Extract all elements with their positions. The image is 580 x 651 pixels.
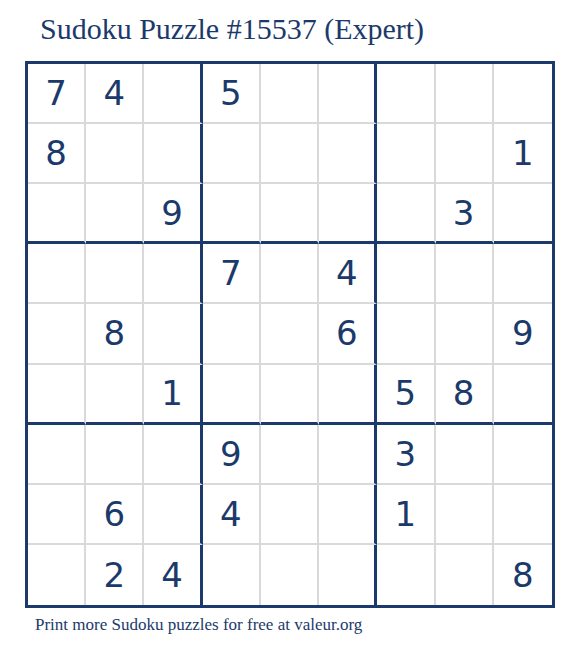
cell-r8c7: 1	[377, 485, 435, 545]
cell-r1c1: 7	[28, 64, 86, 124]
cell-r4c2	[86, 244, 144, 304]
cell-r9c1	[28, 545, 86, 605]
cell-r7c1	[28, 425, 86, 485]
cell-r4c6: 4	[319, 244, 377, 304]
cell-r6c1	[28, 365, 86, 425]
cell-r8c5	[261, 485, 319, 545]
cell-r9c6	[319, 545, 377, 605]
cell-r7c2	[86, 425, 144, 485]
cell-r2c8	[436, 124, 494, 184]
cell-r8c2: 6	[86, 485, 144, 545]
cell-r3c5	[261, 184, 319, 244]
cell-r2c4	[203, 124, 261, 184]
cell-r6c8: 8	[436, 365, 494, 425]
cell-r5c7	[377, 304, 435, 364]
cell-r9c9: 8	[494, 545, 552, 605]
cell-r8c1	[28, 485, 86, 545]
cell-r9c7	[377, 545, 435, 605]
cell-r9c5	[261, 545, 319, 605]
cell-r1c9	[494, 64, 552, 124]
cell-r2c1: 8	[28, 124, 86, 184]
cell-r7c5	[261, 425, 319, 485]
cell-r4c5	[261, 244, 319, 304]
cell-r7c8	[436, 425, 494, 485]
cell-r2c7	[377, 124, 435, 184]
cell-r6c4	[203, 365, 261, 425]
sudoku-grid: 74581937486915893641248	[25, 61, 555, 608]
cell-r6c5	[261, 365, 319, 425]
cell-r1c3	[144, 64, 202, 124]
cell-r1c6	[319, 64, 377, 124]
cell-r1c5	[261, 64, 319, 124]
cell-r5c5	[261, 304, 319, 364]
cell-r4c3	[144, 244, 202, 304]
cell-r5c6: 6	[319, 304, 377, 364]
cell-r3c2	[86, 184, 144, 244]
cell-r6c3: 1	[144, 365, 202, 425]
cell-r3c8: 3	[436, 184, 494, 244]
cell-r3c1	[28, 184, 86, 244]
cell-r7c6	[319, 425, 377, 485]
cell-r8c4: 4	[203, 485, 261, 545]
cell-r1c7	[377, 64, 435, 124]
cell-r5c2: 8	[86, 304, 144, 364]
cell-r6c9	[494, 365, 552, 425]
cell-r3c3: 9	[144, 184, 202, 244]
cell-r5c3	[144, 304, 202, 364]
cell-r8c3	[144, 485, 202, 545]
cell-r4c4: 7	[203, 244, 261, 304]
cell-r5c9: 9	[494, 304, 552, 364]
cell-r6c6	[319, 365, 377, 425]
cell-r5c4	[203, 304, 261, 364]
cell-r4c9	[494, 244, 552, 304]
cell-r3c7	[377, 184, 435, 244]
footer-text: Print more Sudoku puzzles for free at va…	[35, 615, 362, 635]
cell-r5c1	[28, 304, 86, 364]
cell-r8c8	[436, 485, 494, 545]
cell-r4c7	[377, 244, 435, 304]
cell-r1c8	[436, 64, 494, 124]
cell-r9c3: 4	[144, 545, 202, 605]
cell-r6c7: 5	[377, 365, 435, 425]
cell-r4c1	[28, 244, 86, 304]
cell-r1c2: 4	[86, 64, 144, 124]
cell-r5c8	[436, 304, 494, 364]
cell-r7c4: 9	[203, 425, 261, 485]
cell-r3c9	[494, 184, 552, 244]
cell-r2c2	[86, 124, 144, 184]
cell-r4c8	[436, 244, 494, 304]
cell-r3c4	[203, 184, 261, 244]
cell-r9c2: 2	[86, 545, 144, 605]
cell-r7c9	[494, 425, 552, 485]
sudoku-page: Sudoku Puzzle #15537 (Expert) 7458193748…	[0, 0, 580, 651]
cell-r9c4	[203, 545, 261, 605]
cell-r7c7: 3	[377, 425, 435, 485]
cell-r2c5	[261, 124, 319, 184]
cell-r8c9	[494, 485, 552, 545]
cell-r6c2	[86, 365, 144, 425]
cell-r7c3	[144, 425, 202, 485]
page-title: Sudoku Puzzle #15537 (Expert)	[40, 12, 424, 46]
cell-r8c6	[319, 485, 377, 545]
cell-r2c9: 1	[494, 124, 552, 184]
cell-r3c6	[319, 184, 377, 244]
cell-r2c6	[319, 124, 377, 184]
cell-r1c4: 5	[203, 64, 261, 124]
cell-r9c8	[436, 545, 494, 605]
cell-r2c3	[144, 124, 202, 184]
